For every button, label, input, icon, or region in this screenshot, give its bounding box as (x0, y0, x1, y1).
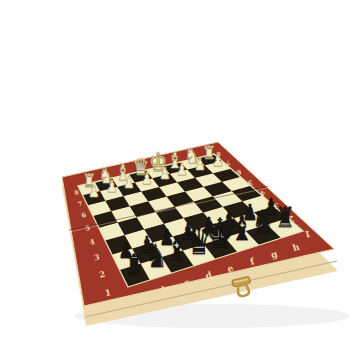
product-photo-stage: ♚♛♝♞♜♟♚♛♝♞♜♟ aabbccddeeffgghh11223344556… (0, 0, 360, 360)
chess-board: aabbccddeeffgghh1122334455667788 ♜♞♝♛♚♝♞… (0, 0, 360, 360)
board-graphic: aabbccddeeffgghh1122334455667788 (0, 0, 360, 360)
